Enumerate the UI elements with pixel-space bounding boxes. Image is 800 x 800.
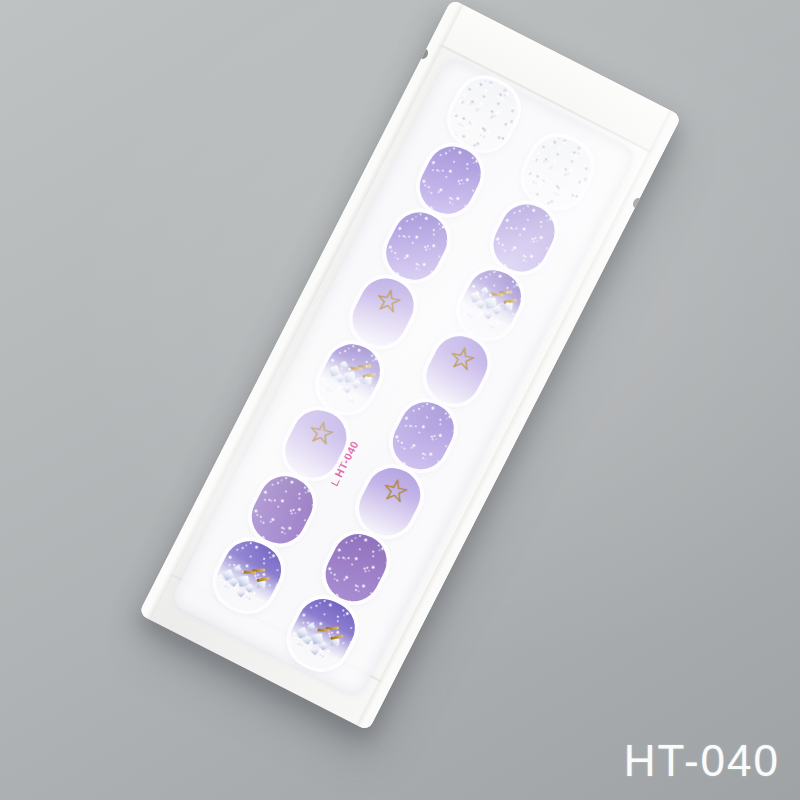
gem-stone [344,371,355,382]
nail-sticker-R1-silver [516,128,600,216]
nail-sticker-R6-star: ☆ [350,459,429,544]
gem-stone [335,373,345,383]
gem-stone [481,287,489,295]
nail-sticker-R5-glitter [384,393,463,478]
nail-sticker-R7-glitterdark [317,525,396,610]
nail-sticker-R2-glitter [485,195,564,280]
nail-sticker-R3-gem [451,261,530,346]
nail-sticker-R8-gemblue [281,590,364,677]
gold-pin-accent [317,628,330,632]
gem-stone [331,638,340,647]
gem-stone [340,361,348,369]
nail-sticker-L7-glitterdark [243,467,322,552]
product-code-label: HT-040 [624,736,780,786]
gem-stone [229,577,239,587]
gem-stone [245,583,255,593]
gem-stone [311,647,319,655]
gem-stone [484,311,492,319]
nail-sticker-L4-star: ☆ [344,269,423,354]
gem-stone [312,633,323,644]
gem-stone [351,379,361,389]
gem-stone [303,635,313,645]
gem-stone [257,580,266,589]
gem-stone [222,569,234,581]
gold-star-icon: ☆ [446,341,480,377]
gold-pin-accent [256,577,269,582]
gem-stone [238,575,249,586]
gem-stone [296,627,308,639]
gold-pin-accent [358,365,371,368]
photo-scene: HT-040 ☆☆☆☆ HT-040 [0,0,800,800]
nail-sticker-L8-gemblue [207,532,290,619]
gem-stone [233,565,241,573]
sticker-sheet: HT-040 ☆☆☆☆ [170,56,638,699]
gold-pin-accent [349,366,362,370]
gem-stone [343,385,351,393]
gold-pin-accent [326,626,339,629]
nail-sticker-L3-glitter [377,204,456,289]
gold-pin-accent [252,569,265,572]
nail-sticker-L5-gem [310,335,389,420]
gem-stone [492,305,502,315]
gem-stone [319,641,329,651]
gold-pin-accent [490,292,503,296]
gold-star-icon: ☆ [372,283,406,319]
gem-stone [237,589,245,597]
gem-stone [363,376,372,385]
gem-stone [504,302,513,311]
gem-stone [476,299,486,309]
gold-star-icon: ☆ [305,415,339,451]
gold-pin-accent [499,290,512,293]
nail-wrap-package: HT-040 ☆☆☆☆ [138,0,681,731]
nail-sticker-L2-glitter [411,138,490,223]
gem-stone [470,291,482,303]
gem-stone [329,365,341,377]
gold-pin-accent [330,634,343,639]
sheet-code-bracket [330,477,339,486]
gold-pin-accent [363,373,376,378]
gem-stone [485,297,496,308]
gold-pin-accent [504,299,517,304]
nail-sticker-R4-star: ☆ [417,327,496,412]
gold-star-icon: ☆ [379,473,413,509]
gem-stone [307,623,315,631]
gold-pin-accent [243,570,256,574]
package-rotation-wrap: HT-040 ☆☆☆☆ [138,0,681,731]
